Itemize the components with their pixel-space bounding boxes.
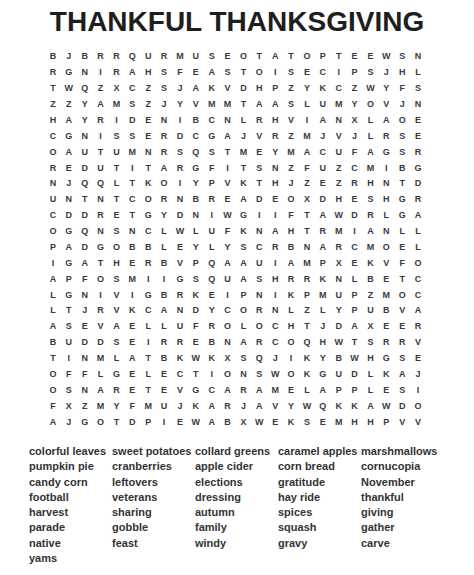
grid-cell-r11c11[interactable]: I (204, 208, 220, 224)
grid-cell-r8c12[interactable]: I (220, 160, 236, 176)
grid-cell-r9c21[interactable]: H (363, 176, 379, 192)
grid-cell-r15c15[interactable]: H (267, 271, 283, 287)
grid-cell-r10c1[interactable]: U (45, 192, 61, 208)
grid-cell-r21c9[interactable]: C (172, 367, 188, 383)
grid-cell-r14c19[interactable]: X (331, 255, 347, 271)
grid-cell-r4c12[interactable]: M (220, 97, 236, 113)
grid-cell-r18c16[interactable]: H (283, 319, 299, 335)
grid-cell-r5c13[interactable]: L (236, 113, 252, 129)
grid-cell-r1c12[interactable]: E (220, 49, 236, 65)
grid-cell-r8c8[interactable]: A (156, 160, 172, 176)
grid-cell-r5c20[interactable]: X (347, 113, 363, 129)
grid-cell-r12c2[interactable]: G (61, 224, 77, 240)
grid-cell-r21c15[interactable]: W (267, 367, 283, 383)
grid-cell-r22c8[interactable]: E (156, 382, 172, 398)
grid-cell-r3c18[interactable]: K (315, 81, 331, 97)
grid-cell-r15c5[interactable]: S (109, 271, 125, 287)
grid-cell-r2c11[interactable]: A (204, 65, 220, 81)
grid-cell-r21c22[interactable]: K (378, 367, 394, 383)
grid-cell-r14c4[interactable]: T (93, 255, 109, 271)
grid-cell-r20c15[interactable]: J (267, 351, 283, 367)
grid-cell-r23c9[interactable]: J (172, 398, 188, 414)
grid-cell-r18c24[interactable]: R (410, 319, 426, 335)
grid-cell-r18c3[interactable]: E (77, 319, 93, 335)
grid-cell-r3c4[interactable]: Z (93, 81, 109, 97)
grid-cell-r17c8[interactable]: A (156, 303, 172, 319)
grid-cell-r14c5[interactable]: H (109, 255, 125, 271)
grid-cell-r19c3[interactable]: D (77, 335, 93, 351)
grid-cell-r17c17[interactable]: Z (299, 303, 315, 319)
grid-cell-r14c17[interactable]: M (299, 255, 315, 271)
grid-cell-r6c24[interactable]: E (410, 128, 426, 144)
grid-cell-r10c8[interactable]: R (156, 192, 172, 208)
grid-cell-r10c6[interactable]: C (124, 192, 140, 208)
grid-cell-r11c20[interactable]: D (347, 208, 363, 224)
grid-cell-r10c14[interactable]: D (251, 192, 267, 208)
grid-cell-r13c2[interactable]: A (61, 240, 77, 256)
grid-cell-r22c1[interactable]: O (45, 382, 61, 398)
grid-cell-r5c23[interactable]: O (394, 113, 410, 129)
grid-cell-r12c10[interactable]: L (188, 224, 204, 240)
grid-cell-r19c15[interactable]: C (267, 335, 283, 351)
grid-cell-r4c24[interactable]: N (410, 97, 426, 113)
grid-cell-r5c9[interactable]: I (172, 113, 188, 129)
grid-cell-r7c4[interactable]: T (93, 144, 109, 160)
grid-cell-r20c10[interactable]: W (188, 351, 204, 367)
grid-cell-r16c23[interactable]: O (394, 287, 410, 303)
grid-cell-r10c22[interactable]: H (378, 192, 394, 208)
grid-cell-r8c24[interactable]: G (410, 160, 426, 176)
grid-cell-r15c11[interactable]: Q (204, 271, 220, 287)
grid-cell-r6c21[interactable]: L (363, 128, 379, 144)
grid-cell-r20c6[interactable]: A (124, 351, 140, 367)
grid-cell-r7c21[interactable]: A (363, 144, 379, 160)
grid-cell-r18c4[interactable]: V (93, 319, 109, 335)
grid-cell-r4c19[interactable]: M (331, 97, 347, 113)
grid-cell-r24c8[interactable]: I (156, 414, 172, 430)
grid-cell-r4c15[interactable]: A (267, 97, 283, 113)
grid-cell-r2c7[interactable]: H (140, 65, 156, 81)
grid-cell-r24c18[interactable]: E (315, 414, 331, 430)
grid-cell-r21c8[interactable]: E (156, 367, 172, 383)
grid-cell-r12c3[interactable]: Q (77, 224, 93, 240)
grid-cell-r9c13[interactable]: K (236, 176, 252, 192)
grid-cell-r7c15[interactable]: Y (267, 144, 283, 160)
grid-cell-r1c14[interactable]: T (251, 49, 267, 65)
grid-cell-r24c4[interactable]: O (93, 414, 109, 430)
grid-cell-r10c4[interactable]: N (93, 192, 109, 208)
grid-cell-r23c11[interactable]: A (204, 398, 220, 414)
grid-cell-r5c8[interactable]: N (156, 113, 172, 129)
grid-cell-r4c14[interactable]: A (251, 97, 267, 113)
grid-cell-r9c11[interactable]: P (204, 176, 220, 192)
grid-cell-r13c8[interactable]: L (156, 240, 172, 256)
grid-cell-r3c23[interactable]: F (394, 81, 410, 97)
grid-cell-r3c5[interactable]: X (109, 81, 125, 97)
grid-cell-r5c2[interactable]: A (61, 113, 77, 129)
grid-cell-r24c23[interactable]: V (394, 414, 410, 430)
grid-cell-r13c17[interactable]: N (299, 240, 315, 256)
grid-cell-r14c16[interactable]: A (283, 255, 299, 271)
grid-cell-r11c18[interactable]: A (315, 208, 331, 224)
grid-cell-r11c23[interactable]: G (394, 208, 410, 224)
grid-cell-r20c1[interactable]: T (45, 351, 61, 367)
grid-cell-r24c15[interactable]: E (267, 414, 283, 430)
grid-cell-r17c23[interactable]: V (394, 303, 410, 319)
grid-cell-r14c20[interactable]: E (347, 255, 363, 271)
grid-cell-r5c16[interactable]: V (283, 113, 299, 129)
grid-cell-r19c20[interactable]: T (347, 335, 363, 351)
grid-cell-r21c2[interactable]: F (61, 367, 77, 383)
grid-cell-r13c23[interactable]: E (394, 240, 410, 256)
grid-cell-r9c12[interactable]: V (220, 176, 236, 192)
grid-cell-r21c21[interactable]: L (363, 367, 379, 383)
grid-cell-r6c2[interactable]: G (61, 128, 77, 144)
grid-cell-r24c7[interactable]: P (140, 414, 156, 430)
grid-cell-r8c22[interactable]: I (378, 160, 394, 176)
grid-cell-r23c13[interactable]: J (236, 398, 252, 414)
grid-cell-r24c10[interactable]: W (188, 414, 204, 430)
grid-cell-r8c16[interactable]: Z (283, 160, 299, 176)
grid-cell-r12c18[interactable]: R (315, 224, 331, 240)
grid-cell-r13c22[interactable]: O (378, 240, 394, 256)
grid-cell-r10c9[interactable]: N (172, 192, 188, 208)
grid-cell-r10c12[interactable]: E (220, 192, 236, 208)
grid-cell-r5c11[interactable]: C (204, 113, 220, 129)
grid-cell-r6c18[interactable]: J (315, 128, 331, 144)
grid-cell-r17c19[interactable]: Y (331, 303, 347, 319)
grid-cell-r20c19[interactable]: B (331, 351, 347, 367)
grid-cell-r20c18[interactable]: Y (315, 351, 331, 367)
grid-cell-r18c20[interactable]: A (347, 319, 363, 335)
grid-cell-r17c16[interactable]: L (283, 303, 299, 319)
grid-cell-r6c20[interactable]: J (347, 128, 363, 144)
grid-cell-r1c22[interactable]: W (378, 49, 394, 65)
grid-cell-r20c12[interactable]: X (220, 351, 236, 367)
grid-cell-r6c19[interactable]: V (331, 128, 347, 144)
grid-cell-r17c15[interactable]: N (267, 303, 283, 319)
grid-cell-r16c2[interactable]: G (61, 287, 77, 303)
grid-cell-r11c10[interactable]: N (188, 208, 204, 224)
grid-cell-r2c22[interactable]: J (378, 65, 394, 81)
grid-cell-r1c5[interactable]: R (109, 49, 125, 65)
grid-cell-r22c14[interactable]: A (251, 382, 267, 398)
grid-cell-r9c9[interactable]: I (172, 176, 188, 192)
grid-cell-r17c6[interactable]: K (124, 303, 140, 319)
grid-cell-r16c8[interactable]: B (156, 287, 172, 303)
grid-cell-r4c6[interactable]: S (124, 97, 140, 113)
grid-cell-r13c10[interactable]: Y (188, 240, 204, 256)
grid-cell-r4c23[interactable]: J (394, 97, 410, 113)
grid-cell-r1c18[interactable]: P (315, 49, 331, 65)
grid-cell-r5c12[interactable]: N (220, 113, 236, 129)
grid-cell-r4c3[interactable]: Y (77, 97, 93, 113)
grid-cell-r18c7[interactable]: L (140, 319, 156, 335)
grid-cell-r6c17[interactable]: M (299, 128, 315, 144)
grid-cell-r7c17[interactable]: A (299, 144, 315, 160)
grid-cell-r19c2[interactable]: U (61, 335, 77, 351)
grid-cell-r17c20[interactable]: P (347, 303, 363, 319)
grid-cell-r24c2[interactable]: J (61, 414, 77, 430)
grid-cell-r15c6[interactable]: M (124, 271, 140, 287)
grid-cell-r9c23[interactable]: T (394, 176, 410, 192)
grid-cell-r18c11[interactable]: R (204, 319, 220, 335)
grid-cell-r20c17[interactable]: K (299, 351, 315, 367)
grid-cell-r23c19[interactable]: K (331, 398, 347, 414)
grid-cell-r5c19[interactable]: N (331, 113, 347, 129)
grid-cell-r22c20[interactable]: P (347, 382, 363, 398)
grid-cell-r19c19[interactable]: W (331, 335, 347, 351)
grid-cell-r11c14[interactable]: I (251, 208, 267, 224)
grid-cell-r13c6[interactable]: B (124, 240, 140, 256)
grid-cell-r8c6[interactable]: I (124, 160, 140, 176)
grid-cell-r3c10[interactable]: A (188, 81, 204, 97)
grid-cell-r4c2[interactable]: Z (61, 97, 77, 113)
grid-cell-r12c5[interactable]: S (109, 224, 125, 240)
grid-cell-r17c3[interactable]: J (77, 303, 93, 319)
grid-cell-r18c6[interactable]: E (124, 319, 140, 335)
grid-cell-r11c3[interactable]: D (77, 208, 93, 224)
grid-cell-r22c18[interactable]: A (315, 382, 331, 398)
grid-cell-r13c24[interactable]: L (410, 240, 426, 256)
grid-cell-r22c11[interactable]: C (204, 382, 220, 398)
grid-cell-r13c19[interactable]: R (331, 240, 347, 256)
grid-cell-r1c9[interactable]: M (172, 49, 188, 65)
grid-cell-r8c18[interactable]: U (315, 160, 331, 176)
grid-cell-r22c16[interactable]: E (283, 382, 299, 398)
grid-cell-r13c12[interactable]: Y (220, 240, 236, 256)
grid-cell-r4c8[interactable]: J (156, 97, 172, 113)
grid-cell-r2c3[interactable]: N (77, 65, 93, 81)
grid-cell-r12c20[interactable]: I (347, 224, 363, 240)
grid-cell-r17c24[interactable]: A (410, 303, 426, 319)
grid-cell-r23c10[interactable]: K (188, 398, 204, 414)
grid-cell-r20c13[interactable]: S (236, 351, 252, 367)
grid-cell-r1c23[interactable]: S (394, 49, 410, 65)
grid-cell-r3c15[interactable]: P (267, 81, 283, 97)
grid-cell-r20c21[interactable]: H (363, 351, 379, 367)
grid-cell-r13c9[interactable]: E (172, 240, 188, 256)
grid-cell-r3c12[interactable]: V (220, 81, 236, 97)
grid-cell-r24c6[interactable]: D (124, 414, 140, 430)
grid-cell-r18c12[interactable]: O (220, 319, 236, 335)
grid-cell-r14c2[interactable]: G (61, 255, 77, 271)
grid-cell-r18c10[interactable]: F (188, 319, 204, 335)
grid-cell-r16c6[interactable]: I (124, 287, 140, 303)
grid-cell-r23c1[interactable]: F (45, 398, 61, 414)
grid-cell-r9c17[interactable]: Z (299, 176, 315, 192)
grid-cell-r16c3[interactable]: N (77, 287, 93, 303)
grid-cell-r7c12[interactable]: T (220, 144, 236, 160)
grid-cell-r22c2[interactable]: S (61, 382, 77, 398)
grid-cell-r10c16[interactable]: O (283, 192, 299, 208)
grid-cell-r16c21[interactable]: Z (363, 287, 379, 303)
grid-cell-r11c1[interactable]: C (45, 208, 61, 224)
grid-cell-r4c13[interactable]: T (236, 97, 252, 113)
grid-cell-r4c1[interactable]: Z (45, 97, 61, 113)
grid-cell-r16c14[interactable]: N (251, 287, 267, 303)
grid-cell-r19c8[interactable]: R (156, 335, 172, 351)
grid-cell-r13c5[interactable]: O (109, 240, 125, 256)
grid-cell-r17c21[interactable]: U (363, 303, 379, 319)
grid-cell-r15c21[interactable]: B (363, 271, 379, 287)
grid-cell-r5c15[interactable]: H (267, 113, 283, 129)
grid-cell-r14c10[interactable]: P (188, 255, 204, 271)
grid-cell-r5c14[interactable]: R (251, 113, 267, 129)
grid-cell-r14c15[interactable]: I (267, 255, 283, 271)
grid-cell-r20c22[interactable]: G (378, 351, 394, 367)
grid-cell-r16c20[interactable]: P (347, 287, 363, 303)
grid-cell-r11c12[interactable]: W (220, 208, 236, 224)
grid-cell-r16c4[interactable]: I (93, 287, 109, 303)
grid-cell-r10c13[interactable]: A (236, 192, 252, 208)
grid-cell-r5c24[interactable]: E (410, 113, 426, 129)
grid-cell-r7c18[interactable]: C (315, 144, 331, 160)
grid-cell-r14c24[interactable]: O (410, 255, 426, 271)
grid-cell-r11c7[interactable]: G (140, 208, 156, 224)
grid-cell-r20c2[interactable]: I (61, 351, 77, 367)
grid-cell-r15c3[interactable]: F (77, 271, 93, 287)
grid-cell-r9c7[interactable]: K (140, 176, 156, 192)
grid-cell-r12c6[interactable]: N (124, 224, 140, 240)
grid-cell-r2c1[interactable]: R (45, 65, 61, 81)
grid-cell-r16c10[interactable]: K (188, 287, 204, 303)
grid-cell-r7c16[interactable]: M (283, 144, 299, 160)
grid-cell-r22c4[interactable]: A (93, 382, 109, 398)
grid-cell-r13c13[interactable]: S (236, 240, 252, 256)
grid-cell-r19c5[interactable]: S (109, 335, 125, 351)
grid-cell-r1c2[interactable]: J (61, 49, 77, 65)
grid-cell-r23c2[interactable]: X (61, 398, 77, 414)
grid-cell-r16c11[interactable]: E (204, 287, 220, 303)
grid-cell-r3c2[interactable]: W (61, 81, 77, 97)
grid-cell-r15c13[interactable]: A (236, 271, 252, 287)
grid-cell-r14c3[interactable]: A (77, 255, 93, 271)
grid-cell-r6c14[interactable]: V (251, 128, 267, 144)
grid-cell-r12c21[interactable]: A (363, 224, 379, 240)
grid-cell-r20c23[interactable]: S (394, 351, 410, 367)
grid-cell-r20c7[interactable]: T (140, 351, 156, 367)
grid-cell-r19c13[interactable]: A (236, 335, 252, 351)
grid-cell-r13c4[interactable]: G (93, 240, 109, 256)
grid-cell-r6c22[interactable]: R (378, 128, 394, 144)
grid-cell-r16c13[interactable]: P (236, 287, 252, 303)
grid-cell-r18c9[interactable]: U (172, 319, 188, 335)
grid-cell-r3c7[interactable]: Z (140, 81, 156, 97)
grid-cell-r6c6[interactable]: S (124, 128, 140, 144)
grid-cell-r24c14[interactable]: W (251, 414, 267, 430)
grid-cell-r2c5[interactable]: R (109, 65, 125, 81)
grid-cell-r15c18[interactable]: K (315, 271, 331, 287)
grid-cell-r18c8[interactable]: L (156, 319, 172, 335)
grid-cell-r17c10[interactable]: D (188, 303, 204, 319)
grid-cell-r8c14[interactable]: S (251, 160, 267, 176)
grid-cell-r4c10[interactable]: V (188, 97, 204, 113)
grid-cell-r3c8[interactable]: S (156, 81, 172, 97)
grid-cell-r7c2[interactable]: A (61, 144, 77, 160)
grid-cell-r18c14[interactable]: O (251, 319, 267, 335)
grid-cell-r23c4[interactable]: M (93, 398, 109, 414)
grid-cell-r8c2[interactable]: E (61, 160, 77, 176)
grid-cell-r6c3[interactable]: N (77, 128, 93, 144)
grid-cell-r23c22[interactable]: W (378, 398, 394, 414)
grid-cell-r22c22[interactable]: E (378, 382, 394, 398)
grid-cell-r10c20[interactable]: E (347, 192, 363, 208)
grid-cell-r10c7[interactable]: O (140, 192, 156, 208)
grid-cell-r24c24[interactable]: V (410, 414, 426, 430)
grid-cell-r18c23[interactable]: E (394, 319, 410, 335)
grid-cell-r4c11[interactable]: M (204, 97, 220, 113)
grid-cell-r17c7[interactable]: C (140, 303, 156, 319)
grid-cell-r11c15[interactable]: I (267, 208, 283, 224)
grid-cell-r18c17[interactable]: T (299, 319, 315, 335)
grid-cell-r7c22[interactable]: G (378, 144, 394, 160)
grid-cell-r5c22[interactable]: A (378, 113, 394, 129)
grid-cell-r3c14[interactable]: H (251, 81, 267, 97)
grid-cell-r15c12[interactable]: U (220, 271, 236, 287)
grid-cell-r6c11[interactable]: G (204, 128, 220, 144)
grid-cell-r11c8[interactable]: Y (156, 208, 172, 224)
grid-cell-r22c12[interactable]: A (220, 382, 236, 398)
grid-cell-r11c6[interactable]: T (124, 208, 140, 224)
grid-cell-r17c11[interactable]: Y (204, 303, 220, 319)
grid-cell-r24c9[interactable]: E (172, 414, 188, 430)
grid-cell-r23c23[interactable]: D (394, 398, 410, 414)
grid-cell-r24c16[interactable]: K (283, 414, 299, 430)
grid-cell-r12c11[interactable]: U (204, 224, 220, 240)
grid-cell-r2c16[interactable]: S (283, 65, 299, 81)
grid-cell-r4c20[interactable]: Y (347, 97, 363, 113)
grid-cell-r19c21[interactable]: S (363, 335, 379, 351)
grid-cell-r24c22[interactable]: P (378, 414, 394, 430)
grid-cell-r8c7[interactable]: T (140, 160, 156, 176)
grid-cell-r7c5[interactable]: U (109, 144, 125, 160)
grid-cell-r17c13[interactable]: O (236, 303, 252, 319)
grid-cell-r1c19[interactable]: T (331, 49, 347, 65)
grid-cell-r21c19[interactable]: U (331, 367, 347, 383)
grid-cell-r7c8[interactable]: R (156, 144, 172, 160)
grid-cell-r22c10[interactable]: G (188, 382, 204, 398)
grid-cell-r4c17[interactable]: L (299, 97, 315, 113)
grid-cell-r12c23[interactable]: L (394, 224, 410, 240)
grid-cell-r10c11[interactable]: R (204, 192, 220, 208)
grid-cell-r4c16[interactable]: S (283, 97, 299, 113)
grid-cell-r5c7[interactable]: E (140, 113, 156, 129)
grid-cell-r3c22[interactable]: Y (378, 81, 394, 97)
grid-cell-r11c9[interactable]: D (172, 208, 188, 224)
grid-cell-r14c8[interactable]: B (156, 255, 172, 271)
grid-cell-r13c1[interactable]: P (45, 240, 61, 256)
grid-cell-r14c18[interactable]: P (315, 255, 331, 271)
grid-cell-r20c20[interactable]: W (347, 351, 363, 367)
grid-cell-r7c7[interactable]: N (140, 144, 156, 160)
grid-cell-r8c3[interactable]: D (77, 160, 93, 176)
grid-cell-r7c11[interactable]: S (204, 144, 220, 160)
grid-cell-r15c7[interactable]: I (140, 271, 156, 287)
grid-cell-r22c9[interactable]: V (172, 382, 188, 398)
grid-cell-r2c2[interactable]: G (61, 65, 77, 81)
grid-cell-r19c23[interactable]: R (394, 335, 410, 351)
grid-cell-r2c12[interactable]: S (220, 65, 236, 81)
grid-cell-r6c8[interactable]: R (156, 128, 172, 144)
grid-cell-r8c15[interactable]: N (267, 160, 283, 176)
grid-cell-r20c4[interactable]: M (93, 351, 109, 367)
grid-cell-r8c19[interactable]: Z (331, 160, 347, 176)
grid-cell-r13c16[interactable]: B (283, 240, 299, 256)
grid-cell-r22c15[interactable]: M (267, 382, 283, 398)
grid-cell-r15c1[interactable]: A (45, 271, 61, 287)
grid-cell-r12c12[interactable]: F (220, 224, 236, 240)
